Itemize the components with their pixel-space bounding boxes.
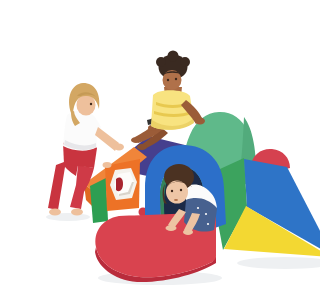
- green-base-block: [90, 178, 108, 223]
- baby-mouth: [174, 199, 178, 201]
- toddler-top-far-foot: [137, 144, 147, 150]
- baby-near-hand: [166, 225, 177, 231]
- baby-torso-speckle-1: [197, 207, 199, 209]
- baby-torso-speckle-2: [205, 213, 207, 215]
- toddler-top-near-foot: [131, 137, 141, 143]
- toddler-top-right-hand: [195, 118, 205, 125]
- hair-curl-right: [180, 57, 190, 67]
- girl-front-foot: [71, 209, 83, 216]
- baby-far-hand: [183, 229, 193, 235]
- baby-torso-speckle-4: [207, 223, 209, 225]
- girl-second-hand: [103, 162, 112, 168]
- photo-canvas: [40, 16, 320, 300]
- girl-back-foot: [49, 209, 61, 216]
- hair-curl-left: [156, 57, 166, 67]
- soft-play-product-photo: [40, 16, 320, 300]
- baby-eye-left: [171, 190, 173, 192]
- toddler-top-eye-left: [167, 79, 169, 81]
- girl-eye: [90, 103, 92, 105]
- girl-reaching-hand: [114, 144, 124, 151]
- baby-eye-right: [180, 189, 182, 191]
- toddler-top-eye-right: [175, 78, 177, 80]
- hair-curl-top: [168, 51, 179, 62]
